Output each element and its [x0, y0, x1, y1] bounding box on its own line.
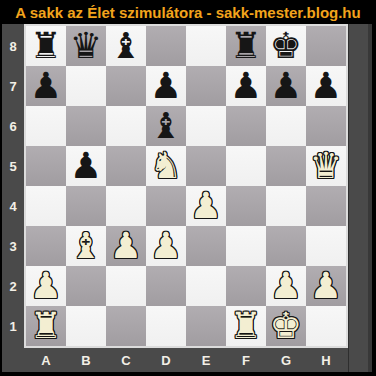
white-pawn-h2: ♟	[310, 266, 342, 306]
square-h7[interactable]: ♟	[306, 66, 346, 106]
file-label-e: E	[186, 348, 226, 372]
black-pawn-a7: ♟	[30, 66, 62, 106]
square-c7[interactable]	[106, 66, 146, 106]
square-d2[interactable]	[146, 266, 186, 306]
square-b2[interactable]	[66, 266, 106, 306]
square-b3[interactable]: ♝	[66, 226, 106, 266]
board-frame: 87654321 ♜♛♝♜♚♟♟♟♟♟♝♟♞♛♟♝♟♟♟♟♟♜♜♚ ABCDEF…	[2, 24, 372, 372]
square-f5[interactable]	[226, 146, 266, 186]
square-g3[interactable]	[266, 226, 306, 266]
black-king-g8: ♚	[270, 26, 302, 66]
square-e7[interactable]	[186, 66, 226, 106]
square-e3[interactable]	[186, 226, 226, 266]
square-f2[interactable]	[226, 266, 266, 306]
square-f3[interactable]	[226, 226, 266, 266]
square-f1[interactable]: ♜	[226, 306, 266, 346]
square-c6[interactable]	[106, 106, 146, 146]
white-rook-f1: ♜	[230, 306, 262, 346]
file-label-c: C	[106, 348, 146, 372]
square-f4[interactable]	[226, 186, 266, 226]
white-queen-h5: ♛	[310, 146, 342, 186]
square-c2[interactable]	[106, 266, 146, 306]
square-a6[interactable]	[26, 106, 66, 146]
rank-label-6: 6	[2, 106, 24, 146]
square-h3[interactable]	[306, 226, 346, 266]
white-pawn-a2: ♟	[30, 266, 62, 306]
square-c3[interactable]: ♟	[106, 226, 146, 266]
rank-label-2: 2	[2, 266, 24, 306]
square-c4[interactable]	[106, 186, 146, 226]
square-e4[interactable]: ♟	[186, 186, 226, 226]
square-a5[interactable]	[26, 146, 66, 186]
white-pawn-e4: ♟	[190, 186, 222, 226]
square-a7[interactable]: ♟	[26, 66, 66, 106]
rank-label-8: 8	[2, 26, 24, 66]
black-pawn-h7: ♟	[310, 66, 342, 106]
file-label-a: A	[26, 348, 66, 372]
square-d4[interactable]	[146, 186, 186, 226]
square-g7[interactable]: ♟	[266, 66, 306, 106]
square-c5[interactable]	[106, 146, 146, 186]
square-h8[interactable]	[306, 26, 346, 66]
square-g2[interactable]: ♟	[266, 266, 306, 306]
frame-right-strip	[348, 24, 372, 372]
square-d7[interactable]: ♟	[146, 66, 186, 106]
black-bishop-d6: ♝	[150, 106, 182, 146]
chess-board: ♜♛♝♜♚♟♟♟♟♟♝♟♞♛♟♝♟♟♟♟♟♜♜♚	[24, 24, 348, 348]
black-pawn-d7: ♟	[150, 66, 182, 106]
frame-corner	[2, 348, 24, 372]
white-rook-a1: ♜	[30, 306, 62, 346]
square-c1[interactable]	[106, 306, 146, 346]
square-f6[interactable]	[226, 106, 266, 146]
rank-label-3: 3	[2, 226, 24, 266]
square-e8[interactable]	[186, 26, 226, 66]
white-king-g1: ♚	[270, 306, 302, 346]
rank-labels: 87654321	[2, 24, 24, 348]
black-rook-f8: ♜	[230, 26, 262, 66]
square-e5[interactable]	[186, 146, 226, 186]
square-b6[interactable]	[66, 106, 106, 146]
white-pawn-d3: ♟	[150, 226, 182, 266]
square-h1[interactable]	[306, 306, 346, 346]
black-queen-b8: ♛	[70, 26, 102, 66]
rank-label-5: 5	[2, 146, 24, 186]
square-b1[interactable]	[66, 306, 106, 346]
square-h5[interactable]: ♛	[306, 146, 346, 186]
file-label-g: G	[266, 348, 306, 372]
square-e1[interactable]	[186, 306, 226, 346]
rank-label-4: 4	[2, 186, 24, 226]
square-b4[interactable]	[66, 186, 106, 226]
square-a8[interactable]: ♜	[26, 26, 66, 66]
square-d3[interactable]: ♟	[146, 226, 186, 266]
square-a3[interactable]	[26, 226, 66, 266]
square-d8[interactable]	[146, 26, 186, 66]
black-bishop-c8: ♝	[110, 26, 142, 66]
white-pawn-c3: ♟	[110, 226, 142, 266]
square-h4[interactable]	[306, 186, 346, 226]
square-e2[interactable]	[186, 266, 226, 306]
square-b5[interactable]: ♟	[66, 146, 106, 186]
file-label-f: F	[226, 348, 266, 372]
square-h2[interactable]: ♟	[306, 266, 346, 306]
file-label-h: H	[306, 348, 346, 372]
white-bishop-b3: ♝	[70, 226, 102, 266]
square-g6[interactable]	[266, 106, 306, 146]
black-pawn-b5: ♟	[70, 146, 102, 186]
page-title: A sakk az Élet szimulátora - sakk-mester…	[15, 4, 360, 21]
black-pawn-g7: ♟	[270, 66, 302, 106]
square-f8[interactable]: ♜	[226, 26, 266, 66]
rank-label-7: 7	[2, 66, 24, 106]
title-bar: A sakk az Élet szimulátora - sakk-mester…	[0, 0, 376, 24]
black-pawn-f7: ♟	[230, 66, 262, 106]
square-d6[interactable]: ♝	[146, 106, 186, 146]
square-b8[interactable]: ♛	[66, 26, 106, 66]
square-a4[interactable]	[26, 186, 66, 226]
white-knight-d5: ♞	[150, 146, 182, 186]
file-labels: ABCDEFGH	[24, 348, 348, 372]
square-a2[interactable]: ♟	[26, 266, 66, 306]
square-c8[interactable]: ♝	[106, 26, 146, 66]
square-g8[interactable]: ♚	[266, 26, 306, 66]
square-e6[interactable]	[186, 106, 226, 146]
file-label-d: D	[146, 348, 186, 372]
rank-label-1: 1	[2, 306, 24, 346]
square-d1[interactable]	[146, 306, 186, 346]
square-f7[interactable]: ♟	[226, 66, 266, 106]
white-pawn-g2: ♟	[270, 266, 302, 306]
square-g4[interactable]	[266, 186, 306, 226]
square-d5[interactable]: ♞	[146, 146, 186, 186]
square-a1[interactable]: ♜	[26, 306, 66, 346]
file-label-b: B	[66, 348, 106, 372]
square-g5[interactable]	[266, 146, 306, 186]
square-b7[interactable]	[66, 66, 106, 106]
black-rook-a8: ♜	[30, 26, 62, 66]
square-h6[interactable]	[306, 106, 346, 146]
square-g1[interactable]: ♚	[266, 306, 306, 346]
